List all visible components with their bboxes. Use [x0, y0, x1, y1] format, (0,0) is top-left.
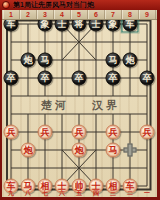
file-numeral-bottom: 六 [59, 190, 65, 196]
piece-black-soldier[interactable]: 卒 [106, 71, 121, 86]
file-number-strip: 123456789 [2, 10, 158, 20]
river-label-right: 汉界 [92, 98, 120, 113]
piece-black-cannon[interactable]: 炮 [21, 53, 36, 68]
file-number-top: 9 [139, 10, 156, 19]
cross-marker [124, 144, 137, 157]
file-number-top: 6 [88, 10, 105, 19]
file-numeral-bottom: 三 [110, 190, 116, 196]
piece-red-cannon[interactable]: 炮 [72, 143, 87, 158]
app-icon [2, 1, 10, 9]
piece-red-horse[interactable]: 马 [106, 143, 121, 158]
piece-black-cannon[interactable]: 炮 [123, 53, 138, 68]
file-number-top: 5 [71, 10, 88, 19]
piece-red-soldier[interactable]: 兵 [140, 125, 155, 140]
title-bar: 第1局让先屏风马对当门炮 [0, 0, 160, 10]
window-title: 第1局让先屏风马对当门炮 [13, 0, 94, 10]
file-numeral-bottom: 四 [93, 190, 99, 196]
xiangqi-app-window: 楚河 汉界 车象士将士象车炮马马炮卒卒卒卒卒兵兵兵兵兵炮炮马车马相士帅士相车 1… [0, 0, 160, 200]
piece-black-horse[interactable]: 马 [38, 53, 53, 68]
file-number-top: 2 [20, 10, 37, 19]
file-number-top: 7 [105, 10, 122, 19]
file-number-top: 8 [122, 10, 139, 19]
window-border-bottom [0, 197, 160, 200]
piece-red-soldier[interactable]: 兵 [4, 125, 19, 140]
file-numeral-bottom: 九 [8, 190, 14, 196]
file-numeral-bottom: 七 [42, 190, 48, 196]
file-number-top: 4 [54, 10, 71, 19]
window-border-right [157, 10, 160, 200]
piece-black-horse[interactable]: 马 [106, 53, 121, 68]
window-border-left [0, 10, 2, 200]
file-number-top: 1 [3, 10, 20, 19]
piece-black-soldier[interactable]: 卒 [4, 71, 19, 86]
river-label-left: 楚河 [41, 98, 69, 113]
piece-red-soldier[interactable]: 兵 [72, 125, 87, 140]
piece-red-soldier[interactable]: 兵 [38, 125, 53, 140]
file-numeral-bottom: 二 [127, 190, 133, 196]
file-number-top: 3 [37, 10, 54, 19]
file-numeral-bottom: 八 [25, 190, 31, 196]
file-numeral-bottom: 一 [144, 190, 150, 196]
piece-red-soldier[interactable]: 兵 [106, 125, 121, 140]
piece-red-cannon[interactable]: 炮 [21, 143, 36, 158]
file-numeral-bottom: 五 [76, 190, 82, 196]
piece-black-soldier[interactable]: 卒 [72, 71, 87, 86]
piece-black-soldier[interactable]: 卒 [38, 71, 53, 86]
piece-black-soldier[interactable]: 卒 [140, 71, 155, 86]
